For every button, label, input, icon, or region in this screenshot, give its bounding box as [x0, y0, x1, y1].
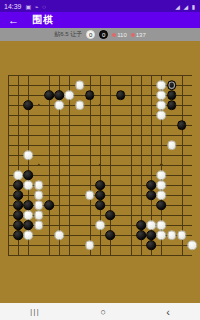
black-stone: [136, 230, 146, 240]
white-stone: [85, 190, 95, 200]
count-dot-icon: [112, 33, 116, 37]
black-stone: [44, 90, 54, 100]
count-dot-icon: [131, 33, 135, 37]
black-stone-last-move: [167, 80, 177, 90]
black-stone: [13, 220, 23, 230]
black-stone: [13, 210, 23, 220]
black-stone: [146, 190, 156, 200]
status-bar: 14:39 ▣ ⌁ ◌ ◢ ◢ ▮: [0, 0, 200, 12]
nav-back-icon[interactable]: ‹: [166, 307, 170, 317]
app-bar: ← 围棋: [0, 12, 200, 28]
white-stone: [95, 220, 105, 230]
white-stone: [157, 170, 167, 180]
star-point: [37, 164, 39, 166]
white-stone: [34, 180, 44, 190]
black-stone: [146, 240, 156, 250]
white-stone: [24, 180, 34, 190]
white-stone: [54, 230, 64, 240]
white-stone: [65, 90, 75, 100]
white-stone: [75, 100, 85, 110]
white-stone: [157, 80, 167, 90]
white-stone: [157, 110, 167, 120]
white-stone: [146, 220, 156, 230]
black-stone: [177, 120, 187, 130]
white-stone: [157, 220, 167, 230]
black-stone: [167, 90, 177, 100]
white-stone: [85, 240, 95, 250]
go-board-grid[interactable]: [8, 75, 192, 256]
black-stone: [95, 200, 105, 210]
phone-screen: 14:39 ▣ ⌁ ◌ ◢ ◢ ▮ ← 围棋 贴6.5 让子 0 0 110 1…: [0, 0, 200, 320]
black-stone: [136, 220, 146, 230]
notification-icons: ▣ ⌁ ◌: [26, 3, 47, 10]
android-nav-bar: ||| ○ ‹: [0, 303, 200, 320]
white-stone: [13, 170, 23, 180]
star-point: [37, 104, 39, 106]
app-title: 围棋: [32, 13, 54, 27]
white-stone: [24, 230, 34, 240]
black-stone: [116, 90, 126, 100]
komi-handicap-label: 贴6.5 让子: [54, 30, 82, 39]
white-stone: [157, 230, 167, 240]
white-stone: [157, 190, 167, 200]
white-stone: [24, 150, 34, 160]
recents-icon[interactable]: |||: [30, 308, 40, 315]
black-stone: [13, 200, 23, 210]
white-stone: [177, 230, 187, 240]
white-stone: [157, 90, 167, 100]
black-stone: [13, 230, 23, 240]
white-stone: [75, 80, 85, 90]
home-icon[interactable]: ○: [100, 307, 105, 317]
white-stone: [24, 210, 34, 220]
black-stone: [157, 200, 167, 210]
go-board: 悔棋: [0, 41, 200, 303]
white-stone: [167, 140, 177, 150]
black-stone: [167, 100, 177, 110]
white-stone: [34, 200, 44, 210]
star-point: [99, 104, 101, 106]
black-stone: [13, 190, 23, 200]
black-stone: [24, 220, 34, 230]
black-stone: [54, 90, 64, 100]
white-stone: [54, 100, 64, 110]
black-stone: [95, 190, 105, 200]
black-stone: [105, 230, 115, 240]
black-stone: [146, 180, 156, 190]
back-arrow-icon[interactable]: ←: [8, 12, 22, 28]
white-stone: [34, 210, 44, 220]
clock: 14:39: [4, 3, 22, 10]
white-stone: [34, 220, 44, 230]
white-stone: [34, 190, 44, 200]
black-captures-badge: 0: [99, 30, 108, 39]
black-stone: [85, 90, 95, 100]
black-stone: [24, 100, 34, 110]
white-stone: [187, 240, 197, 250]
game-info-bar: 贴6.5 让子 0 0 110 137: [0, 28, 200, 41]
black-stone: [13, 180, 23, 190]
black-stone: [44, 200, 54, 210]
white-stone-count: 110: [112, 32, 127, 38]
black-stone-count: 137: [131, 32, 146, 38]
star-point: [160, 164, 162, 166]
black-stone: [105, 210, 115, 220]
white-stone: [167, 230, 177, 240]
black-stone: [146, 230, 156, 240]
black-stone: [24, 200, 34, 210]
star-point: [99, 164, 101, 166]
white-stone: [157, 180, 167, 190]
black-stone: [24, 170, 34, 180]
signal-battery-icons: ◢ ◢ ▮: [175, 3, 196, 10]
white-captures-badge: 0: [86, 30, 95, 39]
white-stone: [157, 100, 167, 110]
black-stone: [95, 180, 105, 190]
